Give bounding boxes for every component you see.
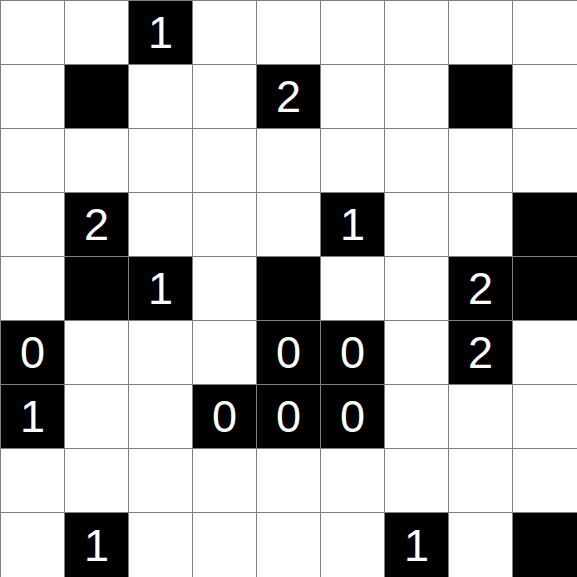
white-cell-r5c4[interactable] (192, 256, 256, 320)
white-cell-r8c2[interactable] (64, 448, 128, 512)
white-cell-r7c8[interactable] (448, 384, 512, 448)
white-cell-r1c5[interactable] (256, 0, 320, 64)
clue-cell-r7c5: 0 (256, 384, 320, 448)
white-cell-r6c2[interactable] (64, 320, 128, 384)
white-cell-r9c3[interactable] (128, 512, 192, 577)
white-cell-r1c6[interactable] (320, 0, 384, 64)
white-cell-r1c1[interactable] (0, 0, 64, 64)
wall-cell-r4c9 (512, 192, 577, 256)
clue-cell-r5c3: 1 (128, 256, 192, 320)
clue-cell-r7c4: 0 (192, 384, 256, 448)
white-cell-r3c9[interactable] (512, 128, 577, 192)
white-cell-r2c1[interactable] (0, 64, 64, 128)
white-cell-r2c4[interactable] (192, 64, 256, 128)
white-cell-r5c1[interactable] (0, 256, 64, 320)
white-cell-r8c8[interactable] (448, 448, 512, 512)
white-cell-r4c1[interactable] (0, 192, 64, 256)
clue-cell-r5c8: 2 (448, 256, 512, 320)
clue-cell-r6c1: 0 (0, 320, 64, 384)
white-cell-r6c3[interactable] (128, 320, 192, 384)
white-cell-r3c6[interactable] (320, 128, 384, 192)
white-cell-r8c6[interactable] (320, 448, 384, 512)
white-cell-r3c7[interactable] (384, 128, 448, 192)
white-cell-r6c7[interactable] (384, 320, 448, 384)
white-cell-r4c3[interactable] (128, 192, 192, 256)
clue-cell-r4c6: 1 (320, 192, 384, 256)
wall-cell-r2c8 (448, 64, 512, 128)
white-cell-r3c1[interactable] (0, 128, 64, 192)
white-cell-r3c2[interactable] (64, 128, 128, 192)
white-cell-r4c7[interactable] (384, 192, 448, 256)
white-cell-r9c4[interactable] (192, 512, 256, 577)
clue-cell-r6c6: 0 (320, 320, 384, 384)
clue-cell-r9c7: 1 (384, 512, 448, 577)
white-cell-r8c5[interactable] (256, 448, 320, 512)
white-cell-r7c7[interactable] (384, 384, 448, 448)
white-cell-r9c5[interactable] (256, 512, 320, 577)
clue-cell-r4c2: 2 (64, 192, 128, 256)
white-cell-r7c9[interactable] (512, 384, 577, 448)
white-cell-r1c7[interactable] (384, 0, 448, 64)
white-cell-r8c3[interactable] (128, 448, 192, 512)
akari-board: 1221120002100011 (0, 0, 577, 577)
white-cell-r2c9[interactable] (512, 64, 577, 128)
white-cell-r3c5[interactable] (256, 128, 320, 192)
white-cell-r4c5[interactable] (256, 192, 320, 256)
wall-cell-r5c2 (64, 256, 128, 320)
white-cell-r1c4[interactable] (192, 0, 256, 64)
white-cell-r1c8[interactable] (448, 0, 512, 64)
white-cell-r4c4[interactable] (192, 192, 256, 256)
white-cell-r5c7[interactable] (384, 256, 448, 320)
clue-cell-r6c5: 0 (256, 320, 320, 384)
white-cell-r3c3[interactable] (128, 128, 192, 192)
white-cell-r7c2[interactable] (64, 384, 128, 448)
white-cell-r2c3[interactable] (128, 64, 192, 128)
white-cell-r1c2[interactable] (64, 0, 128, 64)
white-cell-r2c6[interactable] (320, 64, 384, 128)
white-cell-r5c6[interactable] (320, 256, 384, 320)
clue-cell-r2c5: 2 (256, 64, 320, 128)
white-cell-r7c3[interactable] (128, 384, 192, 448)
clue-cell-r7c6: 0 (320, 384, 384, 448)
clue-cell-r6c8: 2 (448, 320, 512, 384)
white-cell-r3c4[interactable] (192, 128, 256, 192)
white-cell-r3c8[interactable] (448, 128, 512, 192)
white-cell-r9c6[interactable] (320, 512, 384, 577)
white-cell-r6c4[interactable] (192, 320, 256, 384)
white-cell-r9c8[interactable] (448, 512, 512, 577)
white-cell-r2c7[interactable] (384, 64, 448, 128)
white-cell-r8c9[interactable] (512, 448, 577, 512)
white-cell-r8c1[interactable] (0, 448, 64, 512)
white-cell-r6c9[interactable] (512, 320, 577, 384)
wall-cell-r5c5 (256, 256, 320, 320)
wall-cell-r9c9 (512, 512, 577, 577)
white-cell-r9c1[interactable] (0, 512, 64, 577)
clue-cell-r9c2: 1 (64, 512, 128, 577)
clue-cell-r7c1: 1 (0, 384, 64, 448)
white-cell-r8c7[interactable] (384, 448, 448, 512)
wall-cell-r5c9 (512, 256, 577, 320)
wall-cell-r2c2 (64, 64, 128, 128)
white-cell-r1c9[interactable] (512, 0, 577, 64)
clue-cell-r1c3: 1 (128, 0, 192, 64)
white-cell-r4c8[interactable] (448, 192, 512, 256)
white-cell-r8c4[interactable] (192, 448, 256, 512)
